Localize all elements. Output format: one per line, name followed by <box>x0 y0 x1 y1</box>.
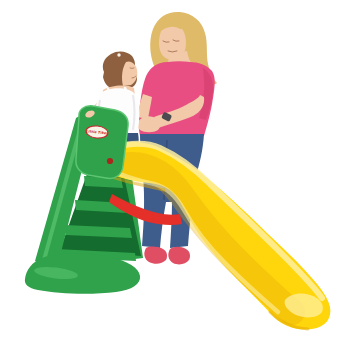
panel-red-button <box>107 158 113 164</box>
scene-canvas: Little Tikes <box>0 0 350 350</box>
child-eye <box>130 68 134 69</box>
product-photo: Little Tikes <box>0 0 350 350</box>
ladder-side-panel <box>76 106 128 179</box>
child-hair-clip <box>117 53 120 56</box>
